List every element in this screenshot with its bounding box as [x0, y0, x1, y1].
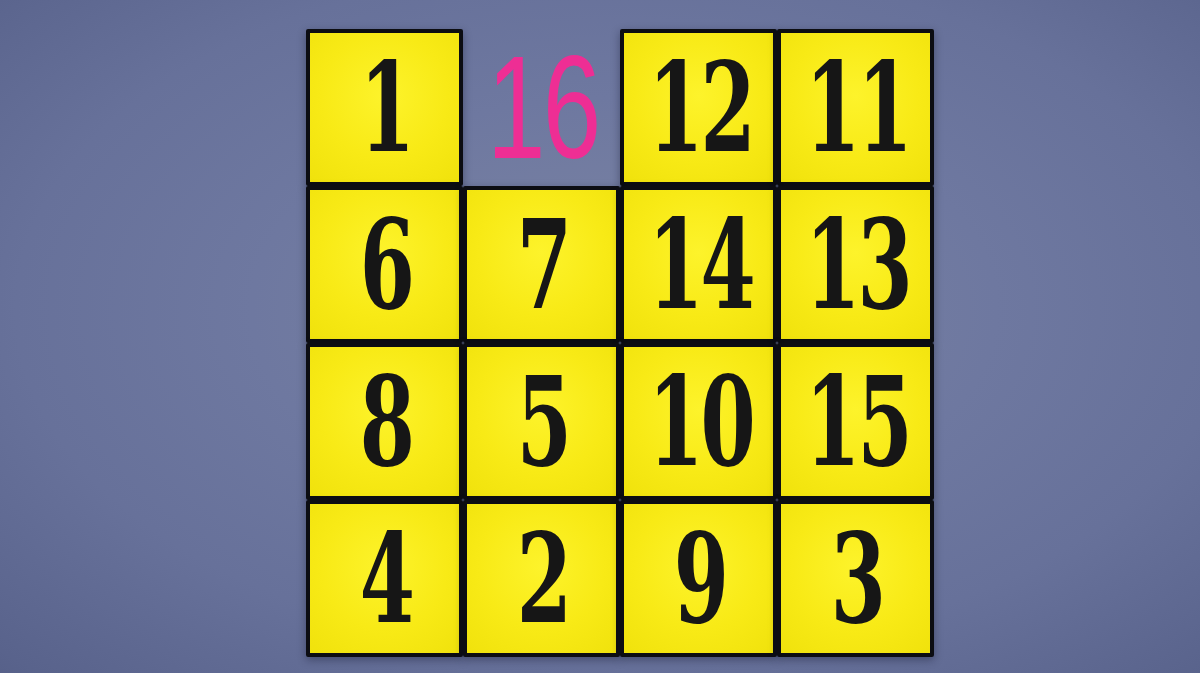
tile-8[interactable]: 8 — [306, 343, 463, 500]
tile-number: 3 — [828, 517, 883, 641]
tile-5[interactable]: 5 — [463, 343, 620, 500]
tile-2[interactable]: 2 — [463, 500, 620, 657]
tile-number: 6 — [357, 203, 412, 327]
tile-13[interactable]: 13 — [777, 186, 934, 343]
tile-number: 10 — [645, 360, 752, 484]
tile-7[interactable]: 7 — [463, 186, 620, 343]
tile-3[interactable]: 3 — [777, 500, 934, 657]
tile-number: 9 — [671, 517, 726, 641]
empty-cell: 16 — [463, 29, 620, 186]
tile-10[interactable]: 10 — [620, 343, 777, 500]
tile-4[interactable]: 4 — [306, 500, 463, 657]
tile-number: 8 — [357, 360, 412, 484]
tile-number: 1 — [357, 46, 412, 170]
tile-number: 4 — [357, 517, 412, 641]
background: 11612116714138510154293 — [0, 0, 1200, 673]
missing-number-annotation: 16 — [484, 35, 598, 181]
tile-11[interactable]: 11 — [777, 29, 934, 186]
tile-number: 15 — [802, 360, 909, 484]
tile-number: 2 — [514, 517, 569, 641]
tile-15[interactable]: 15 — [777, 343, 934, 500]
tile-number: 14 — [645, 203, 752, 327]
tile-12[interactable]: 12 — [620, 29, 777, 186]
tile-number: 12 — [645, 46, 752, 170]
tile-number: 5 — [514, 360, 569, 484]
puzzle-grid: 11612116714138510154293 — [306, 29, 934, 657]
tile-14[interactable]: 14 — [620, 186, 777, 343]
tile-1[interactable]: 1 — [306, 29, 463, 186]
tile-number: 7 — [514, 203, 569, 327]
tile-number: 13 — [802, 203, 909, 327]
tile-6[interactable]: 6 — [306, 186, 463, 343]
tile-number: 11 — [802, 46, 909, 170]
tile-9[interactable]: 9 — [620, 500, 777, 657]
